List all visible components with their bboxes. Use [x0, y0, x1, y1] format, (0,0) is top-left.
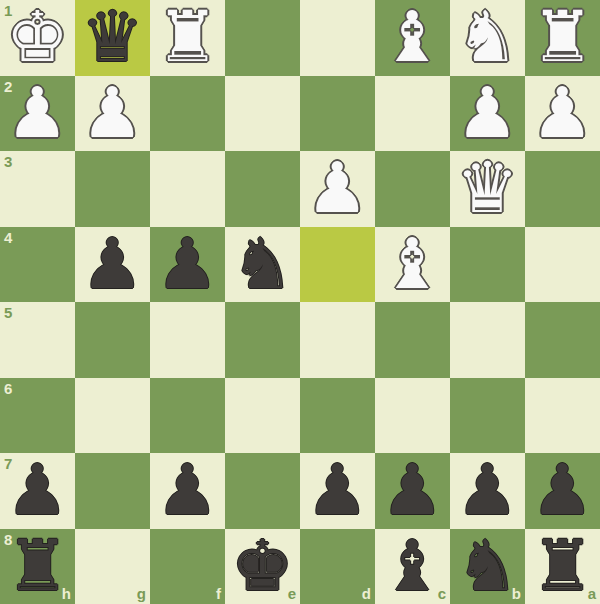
rank-label-4: 4 — [4, 230, 12, 245]
white-rook[interactable]: ♜ — [531, 0, 594, 75]
white-bishop[interactable]: ♝ — [381, 227, 444, 302]
white-pawn[interactable]: ♟ — [456, 76, 519, 151]
square-e3[interactable] — [225, 151, 300, 227]
file-label-g: g — [137, 586, 146, 601]
square-h8[interactable]: 8h♜ — [0, 529, 75, 604]
square-a1[interactable]: ♜ — [525, 0, 600, 76]
black-pawn[interactable]: ♟ — [6, 453, 69, 528]
white-knight[interactable]: ♞ — [456, 0, 519, 75]
square-a3[interactable] — [525, 151, 600, 227]
square-b2[interactable]: ♟ — [450, 76, 525, 152]
square-d8[interactable]: d — [300, 529, 375, 604]
rank-label-6: 6 — [4, 381, 12, 396]
white-pawn[interactable]: ♟ — [6, 76, 69, 151]
square-d6[interactable] — [300, 378, 375, 454]
square-d3[interactable]: ♟ — [300, 151, 375, 227]
square-g8[interactable]: g — [75, 529, 150, 604]
black-pawn[interactable]: ♟ — [456, 453, 519, 528]
black-bishop[interactable]: ♝ — [381, 529, 444, 604]
square-d1[interactable] — [300, 0, 375, 76]
black-knight[interactable]: ♞ — [456, 529, 519, 604]
square-g5[interactable] — [75, 302, 150, 378]
square-c8[interactable]: c♝ — [375, 529, 450, 604]
square-g6[interactable] — [75, 378, 150, 454]
black-pawn[interactable]: ♟ — [381, 453, 444, 528]
square-g1[interactable]: ♛ — [75, 0, 150, 76]
rank-label-5: 5 — [4, 305, 12, 320]
white-rook[interactable]: ♜ — [156, 0, 219, 75]
black-pawn[interactable]: ♟ — [156, 453, 219, 528]
square-a5[interactable] — [525, 302, 600, 378]
square-e4[interactable]: ♞ — [225, 227, 300, 303]
square-e7[interactable] — [225, 453, 300, 529]
square-b1[interactable]: ♞ — [450, 0, 525, 76]
square-h1[interactable]: 1♚ — [0, 0, 75, 76]
square-d4[interactable] — [300, 227, 375, 303]
square-f1[interactable]: ♜ — [150, 0, 225, 76]
square-e5[interactable] — [225, 302, 300, 378]
square-h2[interactable]: 2♟ — [0, 76, 75, 152]
black-pawn[interactable]: ♟ — [531, 453, 594, 528]
square-d7[interactable]: ♟ — [300, 453, 375, 529]
square-b6[interactable] — [450, 378, 525, 454]
square-h4[interactable]: 4 — [0, 227, 75, 303]
square-d2[interactable] — [300, 76, 375, 152]
square-c1[interactable]: ♝ — [375, 0, 450, 76]
white-pawn[interactable]: ♟ — [81, 76, 144, 151]
square-c7[interactable]: ♟ — [375, 453, 450, 529]
square-h3[interactable]: 3 — [0, 151, 75, 227]
square-b8[interactable]: b♞ — [450, 529, 525, 604]
square-b7[interactable]: ♟ — [450, 453, 525, 529]
square-b4[interactable] — [450, 227, 525, 303]
square-e2[interactable] — [225, 76, 300, 152]
square-b5[interactable] — [450, 302, 525, 378]
square-a4[interactable] — [525, 227, 600, 303]
square-f5[interactable] — [150, 302, 225, 378]
square-a8[interactable]: a♜ — [525, 529, 600, 604]
square-g7[interactable] — [75, 453, 150, 529]
square-c3[interactable] — [375, 151, 450, 227]
white-queen[interactable]: ♛ — [456, 151, 519, 226]
square-c4[interactable]: ♝ — [375, 227, 450, 303]
square-h7[interactable]: 7♟ — [0, 453, 75, 529]
square-f6[interactable] — [150, 378, 225, 454]
file-label-d: d — [362, 586, 371, 601]
square-c2[interactable] — [375, 76, 450, 152]
square-a7[interactable]: ♟ — [525, 453, 600, 529]
square-f7[interactable]: ♟ — [150, 453, 225, 529]
rank-label-3: 3 — [4, 154, 12, 169]
square-c5[interactable] — [375, 302, 450, 378]
square-e8[interactable]: e♚ — [225, 529, 300, 604]
square-f3[interactable] — [150, 151, 225, 227]
square-c6[interactable] — [375, 378, 450, 454]
file-label-f: f — [216, 586, 221, 601]
square-g2[interactable]: ♟ — [75, 76, 150, 152]
black-pawn[interactable]: ♟ — [156, 227, 219, 302]
white-king[interactable]: ♚ — [6, 0, 69, 75]
black-pawn[interactable]: ♟ — [81, 227, 144, 302]
square-f4[interactable]: ♟ — [150, 227, 225, 303]
black-knight[interactable]: ♞ — [231, 227, 294, 302]
square-h5[interactable]: 5 — [0, 302, 75, 378]
square-a2[interactable]: ♟ — [525, 76, 600, 152]
chess-board: 1♚♛♜♝♞♜2♟♟♟♟3♟♛4♟♟♞♝567♟♟♟♟♟♟8h♜gfe♚dc♝b… — [0, 0, 600, 604]
square-a6[interactable] — [525, 378, 600, 454]
black-rook[interactable]: ♜ — [531, 529, 594, 604]
black-king[interactable]: ♚ — [231, 529, 294, 604]
square-e1[interactable] — [225, 0, 300, 76]
square-e6[interactable] — [225, 378, 300, 454]
square-g3[interactable] — [75, 151, 150, 227]
white-pawn[interactable]: ♟ — [531, 76, 594, 151]
black-queen[interactable]: ♛ — [81, 0, 144, 75]
white-bishop[interactable]: ♝ — [381, 0, 444, 75]
square-h6[interactable]: 6 — [0, 378, 75, 454]
square-d5[interactable] — [300, 302, 375, 378]
square-b3[interactable]: ♛ — [450, 151, 525, 227]
square-f2[interactable] — [150, 76, 225, 152]
white-pawn[interactable]: ♟ — [306, 151, 369, 226]
square-g4[interactable]: ♟ — [75, 227, 150, 303]
black-pawn[interactable]: ♟ — [306, 453, 369, 528]
square-f8[interactable]: f — [150, 529, 225, 604]
black-rook[interactable]: ♜ — [6, 529, 69, 604]
